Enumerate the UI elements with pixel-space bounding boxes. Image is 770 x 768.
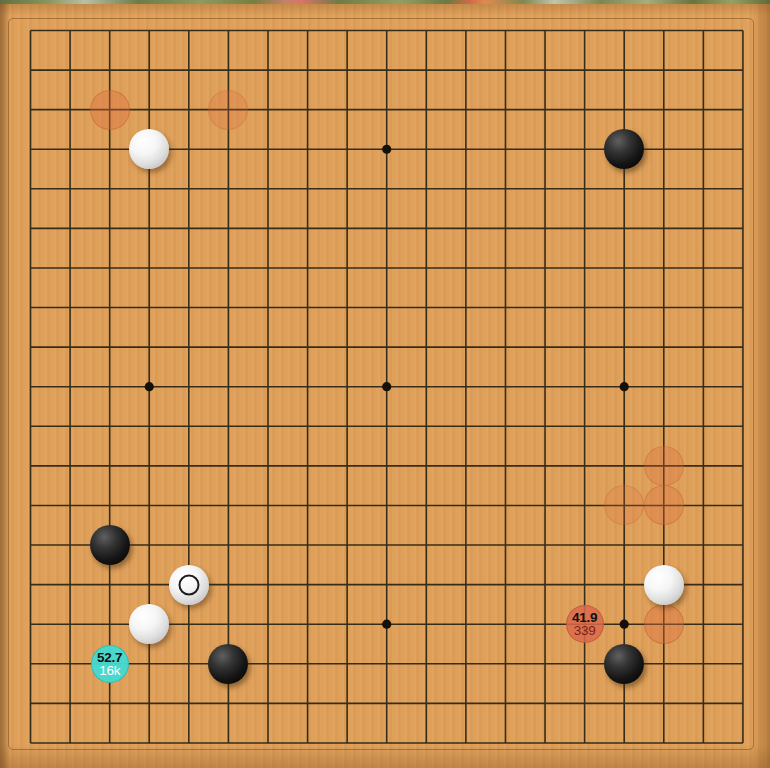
policy-hint-f17[interactable] <box>208 90 248 130</box>
stone-black-c6 <box>90 525 130 565</box>
policy-hint-r4[interactable] <box>644 604 684 644</box>
go-app: 52.716k41.9339 <box>0 0 770 768</box>
stone-white-r5 <box>644 565 684 605</box>
candidate-visits: 16k <box>99 664 120 677</box>
candidate-move-c3[interactable]: 52.716k <box>91 645 129 683</box>
star-point <box>382 145 391 154</box>
policy-hint-r7[interactable] <box>644 485 684 525</box>
star-point <box>382 382 391 391</box>
stone-black-f3 <box>208 644 248 684</box>
candidate-visits: 339 <box>574 624 596 637</box>
policy-hint-c17[interactable] <box>90 90 130 130</box>
star-point <box>145 382 154 391</box>
star-point <box>620 382 629 391</box>
policy-hint-r8[interactable] <box>644 446 684 486</box>
star-point <box>620 620 629 629</box>
candidate-move-p4[interactable]: 41.9339 <box>566 605 604 643</box>
stone-white-e5 <box>169 565 209 605</box>
candidate-winrate: 52.7 <box>97 651 122 664</box>
last-move-marker <box>178 574 199 595</box>
star-point <box>382 620 391 629</box>
stone-black-q3 <box>604 644 644 684</box>
